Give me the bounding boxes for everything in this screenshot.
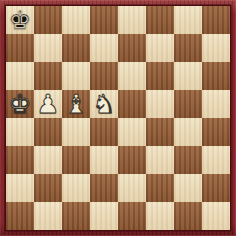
square-c7[interactable]	[62, 34, 90, 62]
square-b5[interactable]: ♟	[34, 90, 62, 118]
chess-board: ♚♚♟♝♞	[6, 6, 230, 230]
square-g6[interactable]	[174, 62, 202, 90]
square-g2[interactable]	[174, 174, 202, 202]
square-c2[interactable]	[62, 174, 90, 202]
square-e6[interactable]	[118, 62, 146, 90]
chess-board-frame: ♚♚♟♝♞	[0, 0, 236, 236]
square-d8[interactable]	[90, 6, 118, 34]
square-c5[interactable]: ♝	[62, 90, 90, 118]
square-g1[interactable]	[174, 202, 202, 230]
square-d4[interactable]	[90, 118, 118, 146]
square-f8[interactable]	[146, 6, 174, 34]
square-b1[interactable]	[34, 202, 62, 230]
square-h4[interactable]	[202, 118, 230, 146]
square-h3[interactable]	[202, 146, 230, 174]
square-b6[interactable]	[34, 62, 62, 90]
square-a8[interactable]: ♚	[6, 6, 34, 34]
piece-white-pawn[interactable]: ♟	[36, 90, 59, 118]
piece-white-bishop[interactable]: ♝	[64, 90, 87, 118]
square-f4[interactable]	[146, 118, 174, 146]
square-b3[interactable]	[34, 146, 62, 174]
square-a1[interactable]	[6, 202, 34, 230]
square-e8[interactable]	[118, 6, 146, 34]
square-b4[interactable]	[34, 118, 62, 146]
square-f3[interactable]	[146, 146, 174, 174]
square-d6[interactable]	[90, 62, 118, 90]
square-e1[interactable]	[118, 202, 146, 230]
square-a3[interactable]	[6, 146, 34, 174]
square-e2[interactable]	[118, 174, 146, 202]
piece-black-king[interactable]: ♚	[8, 6, 31, 34]
square-a5[interactable]: ♚	[6, 90, 34, 118]
square-d3[interactable]	[90, 146, 118, 174]
square-g8[interactable]	[174, 6, 202, 34]
square-f5[interactable]	[146, 90, 174, 118]
square-a4[interactable]	[6, 118, 34, 146]
square-h1[interactable]	[202, 202, 230, 230]
square-b8[interactable]	[34, 6, 62, 34]
square-g7[interactable]	[174, 34, 202, 62]
square-e4[interactable]	[118, 118, 146, 146]
square-e5[interactable]	[118, 90, 146, 118]
square-b2[interactable]	[34, 174, 62, 202]
square-h2[interactable]	[202, 174, 230, 202]
square-h8[interactable]	[202, 6, 230, 34]
piece-white-knight[interactable]: ♞	[92, 90, 115, 118]
square-d7[interactable]	[90, 34, 118, 62]
square-c8[interactable]	[62, 6, 90, 34]
square-c1[interactable]	[62, 202, 90, 230]
square-d5[interactable]: ♞	[90, 90, 118, 118]
square-h5[interactable]	[202, 90, 230, 118]
square-a7[interactable]	[6, 34, 34, 62]
square-e7[interactable]	[118, 34, 146, 62]
square-e3[interactable]	[118, 146, 146, 174]
square-h6[interactable]	[202, 62, 230, 90]
square-f2[interactable]	[146, 174, 174, 202]
square-d1[interactable]	[90, 202, 118, 230]
square-h7[interactable]	[202, 34, 230, 62]
square-a6[interactable]	[6, 62, 34, 90]
square-b7[interactable]	[34, 34, 62, 62]
square-g4[interactable]	[174, 118, 202, 146]
square-c3[interactable]	[62, 146, 90, 174]
square-g5[interactable]	[174, 90, 202, 118]
square-f7[interactable]	[146, 34, 174, 62]
piece-white-king[interactable]: ♚	[8, 90, 31, 118]
square-a2[interactable]	[6, 174, 34, 202]
square-g3[interactable]	[174, 146, 202, 174]
square-f6[interactable]	[146, 62, 174, 90]
square-c4[interactable]	[62, 118, 90, 146]
square-d2[interactable]	[90, 174, 118, 202]
square-f1[interactable]	[146, 202, 174, 230]
square-c6[interactable]	[62, 62, 90, 90]
